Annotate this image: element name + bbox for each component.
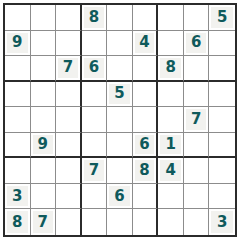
cell-r1c2[interactable] (31, 5, 57, 31)
cell-r4c4[interactable] (82, 82, 108, 108)
given-digit: 3 (12, 189, 22, 204)
cell-r1c3[interactable] (56, 5, 82, 31)
given-digit: 3 (217, 215, 227, 230)
cell-r1c9[interactable]: 5 (209, 5, 235, 31)
cell-r8c1[interactable]: 3 (5, 184, 31, 210)
given-digit: 9 (38, 137, 48, 152)
cell-r4c3[interactable] (56, 82, 82, 108)
given-digit: 6 (114, 189, 124, 204)
given-digit: 8 (12, 215, 22, 230)
cell-r5c4[interactable] (82, 107, 108, 133)
cell-r2c6[interactable]: 4 (133, 31, 159, 57)
cell-r8c7[interactable] (158, 184, 184, 210)
cell-r3c7[interactable]: 8 (158, 56, 184, 82)
given-digit: 4 (139, 35, 149, 50)
cell-r3c9[interactable] (209, 56, 235, 82)
cell-r6c6[interactable]: 6 (133, 133, 159, 159)
given-digit: 7 (191, 112, 201, 127)
cell-r1c8[interactable] (184, 5, 210, 31)
cell-r7c8[interactable] (184, 158, 210, 184)
cell-r2c2[interactable] (31, 31, 57, 57)
cell-r5c1[interactable] (5, 107, 31, 133)
cell-r4c5[interactable]: 5 (107, 82, 133, 108)
cell-r2c5[interactable] (107, 31, 133, 57)
given-digit: 6 (89, 60, 99, 75)
cell-r2c4[interactable] (82, 31, 108, 57)
cell-r6c1[interactable] (5, 133, 31, 159)
cell-r6c9[interactable] (209, 133, 235, 159)
cell-r5c8[interactable]: 7 (184, 107, 210, 133)
cell-r5c9[interactable] (209, 107, 235, 133)
cell-r6c4[interactable] (82, 133, 108, 159)
cell-r1c7[interactable] (158, 5, 184, 31)
cell-r2c7[interactable] (158, 31, 184, 57)
cell-r4c2[interactable] (31, 82, 57, 108)
cell-r9c2[interactable]: 7 (31, 209, 57, 235)
cell-r4c8[interactable] (184, 82, 210, 108)
sudoku-page: 859467685796178436873 (0, 0, 240, 240)
cell-r5c3[interactable] (56, 107, 82, 133)
cell-r1c5[interactable] (107, 5, 133, 31)
given-digit: 6 (191, 35, 201, 50)
cell-r3c8[interactable] (184, 56, 210, 82)
cell-r8c3[interactable] (56, 184, 82, 210)
cell-r8c4[interactable] (82, 184, 108, 210)
given-digit: 6 (139, 137, 149, 152)
cell-r7c4[interactable]: 7 (82, 158, 108, 184)
cell-r9c5[interactable] (107, 209, 133, 235)
given-digit: 8 (89, 10, 99, 25)
cell-r7c6[interactable]: 8 (133, 158, 159, 184)
cell-r2c9[interactable] (209, 31, 235, 57)
given-digit: 7 (63, 60, 73, 75)
cell-r7c2[interactable] (31, 158, 57, 184)
given-digit: 5 (217, 10, 227, 25)
cell-r6c3[interactable] (56, 133, 82, 159)
given-digit: 1 (165, 137, 175, 152)
cell-r3c2[interactable] (31, 56, 57, 82)
cell-r8c9[interactable] (209, 184, 235, 210)
cell-r3c1[interactable] (5, 56, 31, 82)
cell-r7c5[interactable] (107, 158, 133, 184)
cell-r4c9[interactable] (209, 82, 235, 108)
cell-r9c8[interactable] (184, 209, 210, 235)
given-digit: 5 (114, 86, 124, 101)
cell-r5c2[interactable] (31, 107, 57, 133)
cell-r1c6[interactable] (133, 5, 159, 31)
cell-r3c6[interactable] (133, 56, 159, 82)
cell-r6c8[interactable] (184, 133, 210, 159)
cell-r6c5[interactable] (107, 133, 133, 159)
sudoku-board: 859467685796178436873 (3, 3, 237, 237)
cell-r7c1[interactable] (5, 158, 31, 184)
given-digit: 8 (165, 60, 175, 75)
given-digit: 7 (89, 163, 99, 178)
cell-r4c6[interactable] (133, 82, 159, 108)
cell-r9c1[interactable]: 8 (5, 209, 31, 235)
cell-r1c4[interactable]: 8 (82, 5, 108, 31)
cell-r3c5[interactable] (107, 56, 133, 82)
given-digit: 8 (139, 163, 149, 178)
cell-r7c7[interactable]: 4 (158, 158, 184, 184)
cell-r4c1[interactable] (5, 82, 31, 108)
cell-r2c8[interactable]: 6 (184, 31, 210, 57)
cell-r5c6[interactable] (133, 107, 159, 133)
cell-r5c7[interactable] (158, 107, 184, 133)
cell-r9c3[interactable] (56, 209, 82, 235)
cell-r9c6[interactable] (133, 209, 159, 235)
cell-r8c6[interactable] (133, 184, 159, 210)
cell-r2c3[interactable] (56, 31, 82, 57)
given-digit: 7 (38, 215, 48, 230)
cell-r1c1[interactable] (5, 5, 31, 31)
cell-r8c2[interactable] (31, 184, 57, 210)
cell-r5c5[interactable] (107, 107, 133, 133)
given-digit: 9 (12, 35, 22, 50)
cell-r8c5[interactable]: 6 (107, 184, 133, 210)
cell-r9c7[interactable] (158, 209, 184, 235)
cell-r8c8[interactable] (184, 184, 210, 210)
cell-r9c4[interactable] (82, 209, 108, 235)
cell-r3c3[interactable]: 7 (56, 56, 82, 82)
given-digit: 4 (165, 163, 175, 178)
cell-r7c9[interactable] (209, 158, 235, 184)
cell-r4c7[interactable] (158, 82, 184, 108)
cell-r6c7[interactable]: 1 (158, 133, 184, 159)
cell-r2c1[interactable]: 9 (5, 31, 31, 57)
cell-r7c3[interactable] (56, 158, 82, 184)
cell-r6c2[interactable]: 9 (31, 133, 57, 159)
cell-r3c4[interactable]: 6 (82, 56, 108, 82)
cell-r9c9[interactable]: 3 (209, 209, 235, 235)
